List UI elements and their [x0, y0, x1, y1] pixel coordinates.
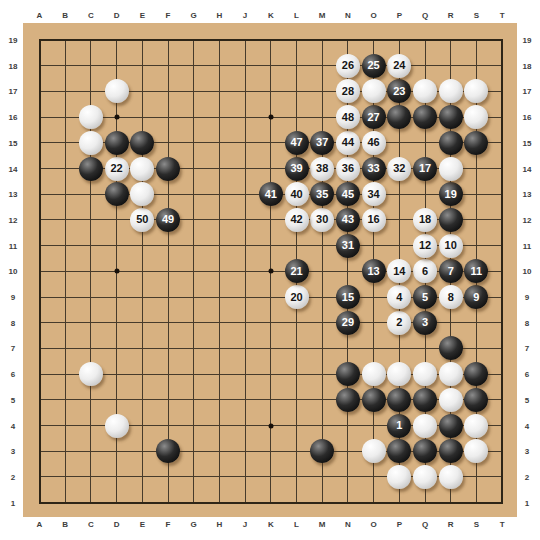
stone-black[interactable]: [130, 131, 154, 155]
row-label: 7: [11, 344, 15, 353]
stone-white[interactable]: 36: [336, 157, 360, 181]
move-number: 24: [393, 60, 405, 71]
row-label: 18: [9, 61, 18, 70]
stone-white[interactable]: [413, 414, 437, 438]
move-number: 35: [316, 189, 328, 200]
stone-white[interactable]: 8: [439, 285, 463, 309]
column-label: P: [397, 520, 402, 529]
move-number: 25: [367, 60, 379, 71]
go-diagram-page: 1234567891011121314151617181920212223242…: [0, 0, 540, 540]
move-number: 38: [316, 163, 328, 174]
stone-white[interactable]: [130, 182, 154, 206]
column-label: A: [37, 520, 43, 529]
move-number: 50: [136, 214, 148, 225]
column-label: L: [294, 520, 299, 529]
stone-black[interactable]: 29: [336, 311, 360, 335]
stone-black[interactable]: 23: [387, 79, 411, 103]
move-number: 5: [422, 292, 428, 303]
column-label: O: [370, 11, 376, 20]
stone-black[interactable]: [439, 208, 463, 232]
row-label: 1: [525, 498, 529, 507]
stone-black[interactable]: [336, 362, 360, 386]
stone-black[interactable]: [79, 157, 103, 181]
stone-black[interactable]: [464, 362, 488, 386]
move-number: 45: [342, 189, 354, 200]
move-number: 12: [419, 240, 431, 251]
move-number: 30: [316, 214, 328, 225]
stone-white[interactable]: 50: [130, 208, 154, 232]
stone-black[interactable]: [439, 336, 463, 360]
column-label: R: [448, 520, 454, 529]
star-point: [114, 269, 119, 274]
column-label: Q: [422, 520, 428, 529]
move-number: 27: [367, 112, 379, 123]
stone-white[interactable]: 40: [285, 182, 309, 206]
move-number: 4: [396, 292, 402, 303]
stone-black[interactable]: 25: [362, 54, 386, 78]
go-board[interactable]: 1234567891011121314151617181920212223242…: [23, 23, 517, 517]
column-label: D: [114, 520, 120, 529]
column-label: A: [37, 11, 43, 20]
row-label: 10: [523, 267, 532, 276]
row-label: 13: [523, 190, 532, 199]
stone-white[interactable]: 10: [439, 234, 463, 258]
move-number: 40: [290, 189, 302, 200]
stone-white[interactable]: [413, 465, 437, 489]
row-label: 10: [9, 267, 18, 276]
move-number: 10: [445, 240, 457, 251]
stone-black[interactable]: [336, 388, 360, 412]
stone-black[interactable]: 19: [439, 182, 463, 206]
row-label: 5: [525, 395, 529, 404]
column-label: S: [474, 520, 479, 529]
column-label: H: [217, 11, 223, 20]
stone-white[interactable]: 12: [413, 234, 437, 258]
move-number: 15: [342, 292, 354, 303]
row-label: 15: [523, 138, 532, 147]
move-number: 17: [419, 163, 431, 174]
row-label: 8: [11, 318, 15, 327]
column-label: B: [62, 11, 68, 20]
row-label: 13: [9, 190, 18, 199]
move-number: 8: [448, 292, 454, 303]
column-label: F: [166, 11, 171, 20]
row-label: 4: [525, 421, 529, 430]
column-label: S: [474, 11, 479, 20]
move-number: 28: [342, 86, 354, 97]
stone-black[interactable]: [464, 388, 488, 412]
move-number: 41: [265, 189, 277, 200]
stone-white[interactable]: 6: [413, 259, 437, 283]
row-label: 2: [525, 472, 529, 481]
move-number: 13: [367, 266, 379, 277]
stone-black[interactable]: [439, 414, 463, 438]
stone-white[interactable]: 16: [362, 208, 386, 232]
row-label: 2: [11, 472, 15, 481]
move-number: 29: [342, 317, 354, 328]
column-label: E: [140, 520, 145, 529]
row-label: 5: [11, 395, 15, 404]
stone-black[interactable]: 15: [336, 285, 360, 309]
stone-black[interactable]: 43: [336, 208, 360, 232]
stone-white[interactable]: 38: [310, 157, 334, 181]
stone-black[interactable]: 49: [156, 208, 180, 232]
star-point: [268, 115, 273, 120]
stone-black[interactable]: [413, 105, 437, 129]
stone-white[interactable]: [439, 157, 463, 181]
stone-black[interactable]: 37: [310, 131, 334, 155]
move-number: 46: [367, 137, 379, 148]
star-point: [114, 115, 119, 120]
stone-black[interactable]: 21: [285, 259, 309, 283]
column-label: N: [345, 11, 351, 20]
stone-white[interactable]: 18: [413, 208, 437, 232]
stone-black[interactable]: [156, 157, 180, 181]
row-label: 19: [523, 36, 532, 45]
move-number: 47: [290, 137, 302, 148]
stone-black[interactable]: [105, 131, 129, 155]
column-label: P: [397, 11, 402, 20]
stone-black[interactable]: 13: [362, 259, 386, 283]
stone-white[interactable]: [439, 362, 463, 386]
stone-black[interactable]: 39: [285, 157, 309, 181]
stone-white[interactable]: [439, 388, 463, 412]
star-point: [268, 269, 273, 274]
column-label: G: [191, 520, 197, 529]
row-label: 3: [11, 447, 15, 456]
stone-white[interactable]: [362, 79, 386, 103]
row-label: 11: [9, 241, 17, 250]
stone-white[interactable]: [105, 79, 129, 103]
stone-black[interactable]: [362, 388, 386, 412]
stone-black[interactable]: 17: [413, 157, 437, 181]
stone-black[interactable]: 9: [464, 285, 488, 309]
row-label: 16: [9, 113, 18, 122]
move-number: 18: [419, 214, 431, 225]
stone-black[interactable]: 27: [362, 105, 386, 129]
move-number: 23: [393, 86, 405, 97]
column-label: N: [345, 520, 351, 529]
move-number: 21: [290, 266, 302, 277]
stone-white[interactable]: 24: [387, 54, 411, 78]
row-label: 8: [525, 318, 529, 327]
stone-white[interactable]: [387, 465, 411, 489]
stone-white[interactable]: [362, 439, 386, 463]
row-label: 9: [525, 293, 529, 302]
row-label: 17: [523, 87, 532, 96]
stone-white[interactable]: 34: [362, 182, 386, 206]
row-label: 16: [523, 113, 532, 122]
row-label: 19: [9, 36, 18, 45]
move-number: 22: [110, 163, 122, 174]
stone-white[interactable]: 48: [336, 105, 360, 129]
stone-black[interactable]: 35: [310, 182, 334, 206]
stone-white[interactable]: [439, 465, 463, 489]
move-number: 36: [342, 163, 354, 174]
move-number: 1: [396, 420, 402, 431]
row-label: 1: [11, 498, 15, 507]
stone-black[interactable]: [156, 439, 180, 463]
column-label: M: [319, 520, 326, 529]
move-number: 34: [367, 189, 379, 200]
move-number: 19: [445, 189, 457, 200]
stone-black[interactable]: [439, 439, 463, 463]
row-label: 12: [523, 215, 532, 224]
row-label: 3: [525, 447, 529, 456]
stone-black[interactable]: 3: [413, 311, 437, 335]
column-label: Q: [422, 11, 428, 20]
stone-white[interactable]: 26: [336, 54, 360, 78]
column-label: K: [268, 11, 274, 20]
stone-white[interactable]: [439, 79, 463, 103]
move-number: 39: [290, 163, 302, 174]
stone-white[interactable]: [105, 414, 129, 438]
move-number: 32: [393, 163, 405, 174]
row-label: 14: [523, 164, 532, 173]
row-label: 12: [9, 215, 18, 224]
stone-white[interactable]: 42: [285, 208, 309, 232]
move-number: 48: [342, 112, 354, 123]
row-label: 14: [9, 164, 18, 173]
stone-white[interactable]: [362, 362, 386, 386]
stone-white[interactable]: [464, 439, 488, 463]
column-label: K: [268, 520, 274, 529]
stone-white[interactable]: [464, 414, 488, 438]
stone-white[interactable]: [464, 105, 488, 129]
stone-black[interactable]: [310, 439, 334, 463]
stone-black[interactable]: 45: [336, 182, 360, 206]
stone-black[interactable]: 47: [285, 131, 309, 155]
row-label: 6: [525, 370, 529, 379]
stone-black[interactable]: [387, 439, 411, 463]
move-number: 43: [342, 214, 354, 225]
move-number: 14: [393, 266, 405, 277]
stone-white[interactable]: 46: [362, 131, 386, 155]
stone-white[interactable]: [79, 105, 103, 129]
stone-white[interactable]: [387, 362, 411, 386]
move-number: 16: [367, 214, 379, 225]
move-number: 44: [342, 137, 354, 148]
stone-white[interactable]: 2: [387, 311, 411, 335]
stone-white[interactable]: 14: [387, 259, 411, 283]
move-number: 42: [290, 214, 302, 225]
stone-white[interactable]: [130, 157, 154, 181]
column-label: M: [319, 11, 326, 20]
stone-white[interactable]: [79, 362, 103, 386]
stone-black[interactable]: 11: [464, 259, 488, 283]
stone-black[interactable]: [413, 439, 437, 463]
move-number: 7: [448, 266, 454, 277]
move-number: 26: [342, 60, 354, 71]
stone-black[interactable]: 33: [362, 157, 386, 181]
stone-black[interactable]: 41: [259, 182, 283, 206]
stone-black[interactable]: [464, 131, 488, 155]
column-label: G: [191, 11, 197, 20]
row-label: 6: [11, 370, 15, 379]
column-label: L: [294, 11, 299, 20]
stone-black[interactable]: [439, 105, 463, 129]
move-number: 37: [316, 137, 328, 148]
row-label: 18: [523, 61, 532, 70]
column-label: H: [217, 520, 223, 529]
stone-white[interactable]: [413, 79, 437, 103]
row-label: 11: [523, 241, 531, 250]
stone-white[interactable]: [464, 79, 488, 103]
stone-white[interactable]: 22: [105, 157, 129, 181]
move-number: 9: [473, 292, 479, 303]
move-number: 20: [290, 292, 302, 303]
stone-black[interactable]: [439, 131, 463, 155]
stone-black[interactable]: 7: [439, 259, 463, 283]
stone-white[interactable]: 30: [310, 208, 334, 232]
move-number: 6: [422, 266, 428, 277]
column-label: F: [166, 520, 171, 529]
move-number: 31: [342, 240, 354, 251]
column-label: B: [62, 520, 68, 529]
stone-white[interactable]: 28: [336, 79, 360, 103]
row-label: 4: [11, 421, 15, 430]
stone-black[interactable]: [387, 388, 411, 412]
stone-white[interactable]: 20: [285, 285, 309, 309]
stone-black[interactable]: 1: [387, 414, 411, 438]
row-label: 9: [11, 293, 15, 302]
move-number: 3: [422, 317, 428, 328]
stone-white[interactable]: 4: [387, 285, 411, 309]
move-number: 2: [396, 317, 402, 328]
column-label: J: [243, 11, 247, 20]
row-label: 17: [9, 87, 18, 96]
move-number: 33: [367, 163, 379, 174]
column-label: R: [448, 11, 454, 20]
stone-black[interactable]: 31: [336, 234, 360, 258]
column-label: T: [500, 11, 505, 20]
stone-white[interactable]: [79, 131, 103, 155]
stone-black[interactable]: 5: [413, 285, 437, 309]
column-label: T: [500, 520, 505, 529]
star-point: [268, 423, 273, 428]
column-label: C: [88, 11, 94, 20]
row-label: 15: [9, 138, 18, 147]
stone-white[interactable]: 32: [387, 157, 411, 181]
move-number: 49: [162, 214, 174, 225]
move-number: 11: [471, 266, 483, 277]
stone-white[interactable]: [413, 362, 437, 386]
column-label: J: [243, 520, 247, 529]
column-label: O: [370, 520, 376, 529]
stone-black[interactable]: [105, 182, 129, 206]
column-label: C: [88, 520, 94, 529]
row-label: 7: [525, 344, 529, 353]
stone-black[interactable]: [387, 105, 411, 129]
stone-white[interactable]: 44: [336, 131, 360, 155]
stone-black[interactable]: [413, 388, 437, 412]
column-label: E: [140, 11, 145, 20]
column-label: D: [114, 11, 120, 20]
